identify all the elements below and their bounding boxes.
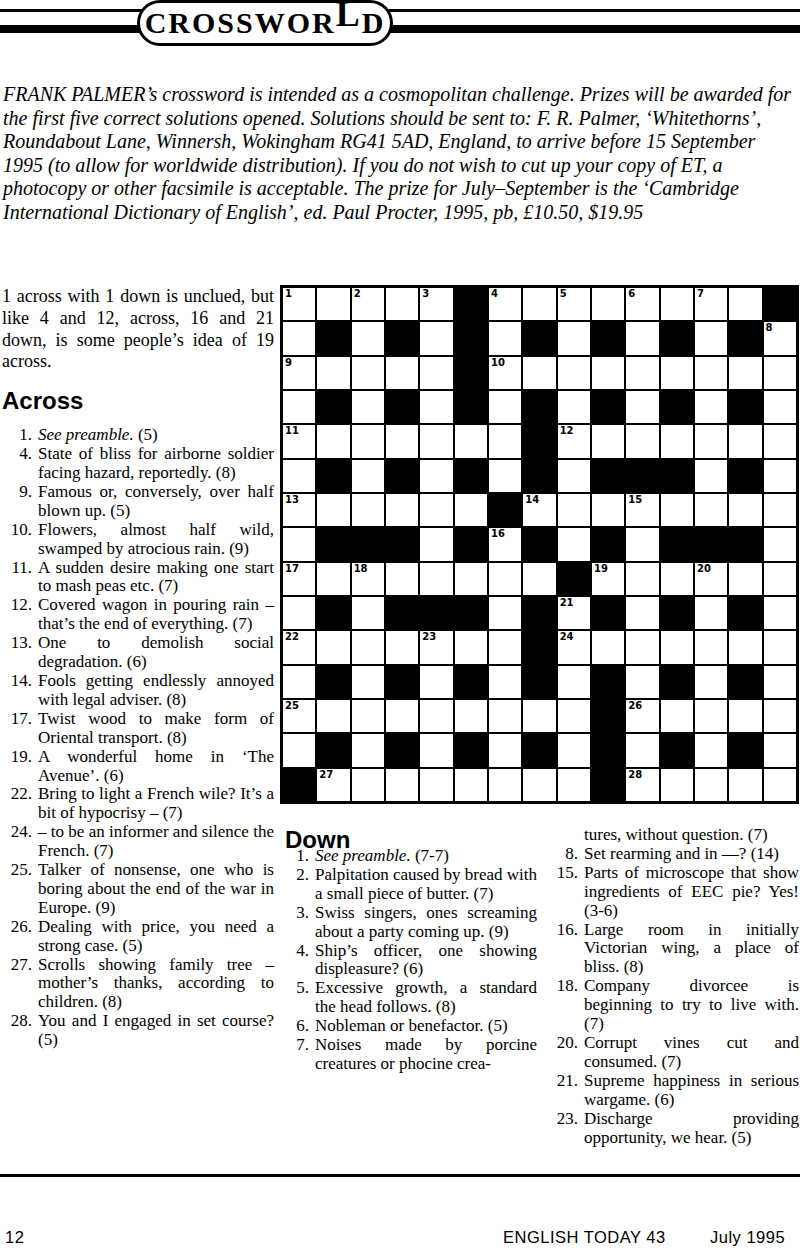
footer-rule [0, 1174, 800, 1177]
black-cell [660, 390, 694, 424]
clue-text: Fools getting endlessly annoyed with leg… [38, 672, 274, 710]
white-cell[interactable] [763, 424, 797, 458]
white-cell[interactable] [763, 768, 797, 802]
white-cell[interactable] [488, 768, 522, 802]
clue: 21.Supreme happiness in serious wargame.… [546, 1072, 799, 1110]
black-cell [522, 665, 556, 699]
white-cell[interactable] [385, 562, 419, 596]
white-cell[interactable] [763, 493, 797, 527]
clue-text: Swiss singers, ones screaming about a pa… [315, 904, 537, 942]
clue-number: 4. [285, 942, 309, 980]
white-cell[interactable] [522, 356, 556, 390]
white-cell[interactable]: 10 [488, 356, 522, 390]
white-cell[interactable] [694, 424, 728, 458]
white-cell[interactable] [694, 768, 728, 802]
white-cell[interactable] [763, 665, 797, 699]
white-cell[interactable] [419, 768, 453, 802]
black-cell [454, 459, 488, 493]
clue: 23.Discharge providing opportunity, we h… [546, 1110, 799, 1148]
black-cell [454, 287, 488, 321]
white-cell[interactable]: 11 [282, 424, 316, 458]
clue: 7.Noises made by porcine creatures or ph… [285, 1036, 537, 1074]
white-cell[interactable] [557, 493, 591, 527]
white-cell[interactable] [625, 527, 659, 561]
white-cell[interactable]: 17 [282, 562, 316, 596]
black-cell [728, 527, 762, 561]
white-cell[interactable] [660, 699, 694, 733]
clue-number: 4. [2, 445, 32, 483]
white-cell[interactable]: 7 [694, 287, 728, 321]
white-cell[interactable] [763, 459, 797, 493]
clue: 6.Nobleman or benefactor. (5) [285, 1017, 537, 1036]
white-cell[interactable]: 18 [351, 562, 385, 596]
white-cell[interactable] [625, 356, 659, 390]
white-cell[interactable] [522, 562, 556, 596]
white-cell[interactable] [385, 630, 419, 664]
clue: 15.Parts of microscope that show ingredi… [546, 864, 799, 921]
cell-number: 6 [628, 289, 635, 299]
black-cell [454, 665, 488, 699]
white-cell[interactable] [419, 459, 453, 493]
header-rule-thick [0, 25, 800, 33]
black-cell [454, 596, 488, 630]
page-number: 12 [5, 1228, 24, 1247]
white-cell[interactable] [557, 321, 591, 355]
white-cell[interactable] [351, 665, 385, 699]
black-cell [385, 321, 419, 355]
white-cell[interactable]: 15 [625, 493, 659, 527]
cell-number: 13 [285, 495, 299, 505]
white-cell[interactable] [557, 665, 591, 699]
down-clue-list-col2: tures, without question. (7)8.Set rearmi… [546, 826, 799, 1147]
white-cell[interactable] [351, 699, 385, 733]
white-cell[interactable] [454, 630, 488, 664]
cell-number: 8 [766, 323, 773, 333]
white-cell[interactable] [351, 493, 385, 527]
white-cell[interactable] [522, 287, 556, 321]
black-cell [454, 733, 488, 767]
black-cell [454, 390, 488, 424]
clue: 27.Scrolls showing family tree – mother’… [2, 956, 274, 1013]
white-cell[interactable] [763, 527, 797, 561]
black-cell [591, 527, 625, 561]
white-cell[interactable] [694, 390, 728, 424]
white-cell[interactable] [763, 630, 797, 664]
white-cell[interactable]: 14 [522, 493, 556, 527]
clue-text: Covered wagon in pouring rain – that’s t… [38, 596, 274, 634]
clue: 4.Ship’s officer, one showing displeasur… [285, 942, 537, 980]
white-cell[interactable] [454, 562, 488, 596]
white-cell[interactable] [625, 562, 659, 596]
white-cell[interactable] [625, 665, 659, 699]
white-cell[interactable] [385, 699, 419, 733]
clue-number [546, 826, 578, 845]
clue-text: A sudden desire making one start to mash… [38, 559, 274, 597]
white-cell[interactable] [351, 321, 385, 355]
white-cell[interactable] [488, 630, 522, 664]
black-cell [591, 596, 625, 630]
white-cell[interactable] [694, 699, 728, 733]
white-cell[interactable] [763, 699, 797, 733]
cell-number: 18 [354, 564, 368, 574]
white-cell[interactable] [316, 630, 350, 664]
white-cell[interactable] [625, 733, 659, 767]
white-cell[interactable]: 12 [557, 424, 591, 458]
white-cell[interactable] [351, 459, 385, 493]
white-cell[interactable] [763, 562, 797, 596]
white-cell[interactable] [488, 390, 522, 424]
crossword-grid: 1234567891011121314151617181920212223242… [280, 285, 799, 804]
black-cell [591, 768, 625, 802]
white-cell[interactable] [419, 699, 453, 733]
clue-number: 7. [285, 1036, 309, 1074]
white-cell[interactable] [591, 630, 625, 664]
cell-number: 12 [560, 426, 574, 436]
clue-number: 26. [2, 918, 32, 956]
white-cell[interactable] [763, 596, 797, 630]
cell-number: 9 [285, 358, 292, 368]
clue: 28.You and I engaged in set course? (5) [2, 1012, 274, 1050]
white-cell[interactable] [488, 459, 522, 493]
clue: 1.See preamble. (5) [2, 426, 274, 445]
black-cell [591, 699, 625, 733]
white-cell[interactable] [557, 733, 591, 767]
clue: 2.Palpitation caused by bread with a sma… [285, 866, 537, 904]
white-cell[interactable] [316, 562, 350, 596]
across-clue-list: 1.See preamble. (5)4.State of bliss for … [2, 426, 274, 1050]
black-cell [385, 596, 419, 630]
white-cell[interactable] [351, 733, 385, 767]
white-cell[interactable] [557, 459, 591, 493]
clue-text: Palpitation caused by bread with a small… [315, 866, 537, 904]
issue-date: July 1995 [710, 1228, 785, 1247]
white-cell[interactable] [728, 424, 762, 458]
black-cell [660, 665, 694, 699]
white-cell[interactable] [282, 321, 316, 355]
clue-text: Ship’s officer, one showing displeasure?… [315, 942, 537, 980]
clue: 1.See preamble. (7-7) [285, 847, 537, 866]
black-cell [660, 321, 694, 355]
cell-number: 2 [354, 289, 361, 299]
white-cell[interactable] [351, 390, 385, 424]
white-cell[interactable] [763, 356, 797, 390]
clue-text: Company divorcee is beginning to try to … [584, 977, 799, 1034]
white-cell[interactable] [522, 768, 556, 802]
black-cell [385, 527, 419, 561]
white-cell[interactable] [728, 768, 762, 802]
white-cell[interactable] [488, 562, 522, 596]
white-cell[interactable] [351, 424, 385, 458]
black-cell [522, 390, 556, 424]
white-cell[interactable] [694, 630, 728, 664]
white-cell[interactable] [419, 733, 453, 767]
white-cell[interactable] [728, 630, 762, 664]
white-cell[interactable] [488, 596, 522, 630]
white-cell[interactable] [316, 424, 350, 458]
clue: tures, without question. (7) [546, 826, 799, 845]
black-cell [316, 321, 350, 355]
clue: 9.Famous or, conversely, over half blown… [2, 483, 274, 521]
white-cell[interactable] [660, 424, 694, 458]
black-cell [728, 665, 762, 699]
clue-text: Nobleman or benefactor. (5) [315, 1017, 537, 1036]
white-cell[interactable]: 21 [557, 596, 591, 630]
black-cell [385, 459, 419, 493]
white-cell[interactable]: 8 [763, 321, 797, 355]
white-cell[interactable] [282, 596, 316, 630]
black-cell [591, 321, 625, 355]
white-cell[interactable] [763, 733, 797, 767]
white-cell[interactable] [454, 424, 488, 458]
clue-text: Bring to light a French wile? It’s a bit… [38, 785, 274, 823]
white-cell[interactable] [454, 493, 488, 527]
clue-text: Flowers, almost half wild, swamped by at… [38, 521, 274, 559]
cell-number: 11 [285, 426, 299, 436]
white-cell[interactable]: 27 [316, 768, 350, 802]
clue-number: 20. [546, 1034, 578, 1072]
clue: 5.Excessive growth, a standard the head … [285, 979, 537, 1017]
black-cell [282, 768, 316, 802]
clue-number: 1. [2, 426, 32, 445]
black-cell [660, 459, 694, 493]
black-cell [316, 459, 350, 493]
clue-text: tures, without question. (7) [584, 826, 799, 845]
clue-text: Excessive growth, a standard the head fo… [315, 979, 537, 1017]
white-cell[interactable]: 23 [419, 630, 453, 664]
white-cell[interactable] [557, 527, 591, 561]
white-cell[interactable] [660, 493, 694, 527]
white-cell[interactable] [454, 768, 488, 802]
white-cell[interactable]: 13 [282, 493, 316, 527]
white-cell[interactable]: 26 [625, 699, 659, 733]
black-cell [316, 665, 350, 699]
white-cell[interactable] [385, 768, 419, 802]
black-cell [316, 596, 350, 630]
clue: 24.– to be an informer and silence the F… [2, 823, 274, 861]
white-cell[interactable] [316, 287, 350, 321]
white-cell[interactable] [351, 768, 385, 802]
white-cell[interactable]: 1 [282, 287, 316, 321]
clue-number: 27. [2, 956, 32, 1013]
white-cell[interactable] [660, 768, 694, 802]
clue-number: 3. [285, 904, 309, 942]
clue-number: 19. [2, 748, 32, 786]
clue-number: 14. [2, 672, 32, 710]
white-cell[interactable] [728, 562, 762, 596]
white-cell[interactable] [625, 424, 659, 458]
crossworld-logo: CROSSWORLD [145, 8, 386, 38]
white-cell[interactable] [488, 424, 522, 458]
clue-text: A wonderful home in ‘The Avenue’. (6) [38, 748, 274, 786]
clue: 14.Fools getting endlessly annoyed with … [2, 672, 274, 710]
clue-text: State of bliss for airborne soldier faci… [38, 445, 274, 483]
black-cell [660, 733, 694, 767]
black-cell [316, 390, 350, 424]
cell-number: 22 [285, 632, 299, 642]
cell-number: 3 [422, 289, 429, 299]
black-cell [763, 287, 797, 321]
black-cell [728, 390, 762, 424]
cell-number: 14 [525, 495, 539, 505]
clue-text: Noises made by porcine creatures or phoc… [315, 1036, 537, 1074]
white-cell[interactable]: 24 [557, 630, 591, 664]
white-cell[interactable] [385, 287, 419, 321]
clue-number: 25. [2, 861, 32, 918]
white-cell[interactable] [351, 630, 385, 664]
white-cell[interactable]: 2 [351, 287, 385, 321]
white-cell[interactable] [522, 699, 556, 733]
white-cell[interactable] [488, 699, 522, 733]
white-cell[interactable] [728, 699, 762, 733]
cell-number: 25 [285, 701, 299, 711]
clue-number: 11. [2, 559, 32, 597]
black-cell [454, 356, 488, 390]
clue-number: 17. [2, 710, 32, 748]
clue: 13.One to demolish social degradation. (… [2, 634, 274, 672]
white-cell[interactable] [625, 596, 659, 630]
white-cell[interactable]: 5 [557, 287, 591, 321]
black-cell [454, 321, 488, 355]
white-cell[interactable] [282, 527, 316, 561]
white-cell[interactable] [728, 287, 762, 321]
white-cell[interactable] [282, 665, 316, 699]
cell-number: 16 [491, 529, 505, 539]
clue: 19.A wonderful home in ‘The Avenue’. (6) [2, 748, 274, 786]
magazine-page: CROSSWORLD FRANK PALMER’s crossword is i… [0, 0, 800, 1252]
black-cell [694, 527, 728, 561]
white-cell[interactable] [419, 321, 453, 355]
white-cell[interactable] [419, 356, 453, 390]
white-cell[interactable] [694, 356, 728, 390]
white-cell[interactable] [419, 527, 453, 561]
intro-note: 1 across with 1 down is unclued, but lik… [2, 286, 274, 373]
white-cell[interactable] [419, 562, 453, 596]
white-cell[interactable] [316, 493, 350, 527]
white-cell[interactable] [625, 630, 659, 664]
white-cell[interactable] [660, 287, 694, 321]
clue-text: You and I engaged in set course? (5) [38, 1012, 274, 1050]
white-cell[interactable] [557, 699, 591, 733]
clue-number: 21. [546, 1072, 578, 1110]
preamble-text: FRANK PALMER’s crossword is intended as … [3, 83, 797, 225]
clue-number: 12. [2, 596, 32, 634]
clue-text: Corrupt vines cut and consumed. (7) [584, 1034, 799, 1072]
white-cell[interactable]: 28 [625, 768, 659, 802]
cell-number: 10 [491, 358, 505, 368]
clue-text: One to demolish social degradation. (6) [38, 634, 274, 672]
clue: 22.Bring to light a French wile? It’s a … [2, 785, 274, 823]
white-cell[interactable] [763, 390, 797, 424]
clue-number: 23. [546, 1110, 578, 1148]
white-cell[interactable] [419, 493, 453, 527]
white-cell[interactable] [557, 390, 591, 424]
white-cell[interactable] [728, 493, 762, 527]
clue: 17.Twist wood to make form of Oriental t… [2, 710, 274, 748]
white-cell[interactable] [625, 390, 659, 424]
white-cell[interactable]: 19 [591, 562, 625, 596]
clue-text: Twist wood to make form of Oriental tran… [38, 710, 274, 748]
white-cell[interactable] [660, 356, 694, 390]
black-cell [591, 390, 625, 424]
white-cell[interactable] [694, 459, 728, 493]
white-cell[interactable] [694, 321, 728, 355]
white-cell[interactable] [488, 321, 522, 355]
black-cell [591, 665, 625, 699]
clue-number: 18. [546, 977, 578, 1034]
white-cell[interactable] [660, 562, 694, 596]
white-cell[interactable] [625, 321, 659, 355]
clue: 18.Company divorcee is beginning to try … [546, 977, 799, 1034]
black-cell [351, 527, 385, 561]
white-cell[interactable] [316, 699, 350, 733]
white-cell[interactable] [282, 459, 316, 493]
white-cell[interactable] [419, 665, 453, 699]
white-cell[interactable] [694, 665, 728, 699]
cell-number: 4 [491, 289, 498, 299]
white-cell[interactable] [488, 665, 522, 699]
white-cell[interactable] [454, 699, 488, 733]
white-cell[interactable] [728, 356, 762, 390]
white-cell[interactable] [557, 768, 591, 802]
white-cell[interactable] [316, 356, 350, 390]
cell-number: 1 [285, 289, 292, 299]
white-cell[interactable] [660, 630, 694, 664]
white-cell[interactable] [385, 356, 419, 390]
white-cell[interactable]: 6 [625, 287, 659, 321]
white-cell[interactable] [557, 356, 591, 390]
white-cell[interactable] [591, 356, 625, 390]
white-cell[interactable] [694, 733, 728, 767]
white-cell[interactable] [385, 424, 419, 458]
cell-number: 26 [628, 701, 642, 711]
white-cell[interactable] [385, 493, 419, 527]
white-cell[interactable] [591, 493, 625, 527]
across-column: 1 across with 1 down is unclued, but lik… [2, 286, 274, 1050]
cell-number: 7 [697, 289, 704, 299]
white-cell[interactable] [591, 424, 625, 458]
white-cell[interactable]: 20 [694, 562, 728, 596]
white-cell[interactable] [282, 390, 316, 424]
white-cell[interactable] [282, 733, 316, 767]
black-cell [728, 733, 762, 767]
white-cell[interactable] [591, 287, 625, 321]
white-cell[interactable] [488, 733, 522, 767]
clue-number: 1. [285, 847, 309, 866]
white-cell[interactable] [419, 390, 453, 424]
cell-number: 17 [285, 564, 299, 574]
white-cell[interactable]: 25 [282, 699, 316, 733]
white-cell[interactable] [351, 596, 385, 630]
clue-number: 5. [285, 979, 309, 1017]
white-cell[interactable]: 16 [488, 527, 522, 561]
black-cell [488, 493, 522, 527]
across-heading: Across [2, 389, 274, 413]
white-cell[interactable] [694, 596, 728, 630]
white-cell[interactable]: 4 [488, 287, 522, 321]
clue: 10.Flowers, almost half wild, swamped by… [2, 521, 274, 559]
white-cell[interactable]: 3 [419, 287, 453, 321]
clue-text: Discharge providing opportunity, we hear… [584, 1110, 799, 1148]
white-cell[interactable] [419, 424, 453, 458]
clue-text: Set rearming and in —? (14) [584, 845, 799, 864]
cell-number: 24 [560, 632, 574, 642]
clue-text: See preamble. (5) [38, 426, 274, 445]
white-cell[interactable]: 22 [282, 630, 316, 664]
white-cell[interactable] [351, 356, 385, 390]
clue-text: Supreme happiness in serious wargame. (6… [584, 1072, 799, 1110]
white-cell[interactable]: 9 [282, 356, 316, 390]
white-cell[interactable] [694, 493, 728, 527]
